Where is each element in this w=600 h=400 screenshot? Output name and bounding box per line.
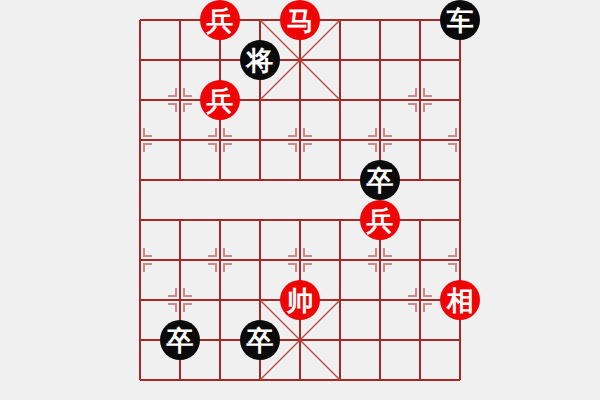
- point-3-4[interactable]: [240, 160, 280, 200]
- point-2-4[interactable]: [200, 160, 240, 200]
- point-0-0[interactable]: [120, 0, 160, 40]
- point-1-4[interactable]: [160, 160, 200, 200]
- point-1-5[interactable]: [160, 200, 200, 240]
- point-4-8[interactable]: [280, 320, 320, 360]
- point-8-3[interactable]: [440, 120, 480, 160]
- point-7-4[interactable]: [400, 160, 440, 200]
- point-0-2[interactable]: [120, 80, 160, 120]
- black-chariot-piece[interactable]: 车: [440, 0, 480, 40]
- point-1-9[interactable]: [160, 360, 200, 400]
- point-6-5[interactable]: 兵: [360, 200, 400, 240]
- point-5-9[interactable]: [320, 360, 360, 400]
- point-6-2[interactable]: [360, 80, 400, 120]
- point-5-3[interactable]: [320, 120, 360, 160]
- red-soldier-piece[interactable]: 兵: [200, 0, 240, 40]
- point-8-9[interactable]: [440, 360, 480, 400]
- point-7-9[interactable]: [400, 360, 440, 400]
- point-8-8[interactable]: [440, 320, 480, 360]
- point-6-3[interactable]: [360, 120, 400, 160]
- point-7-6[interactable]: [400, 240, 440, 280]
- point-2-1[interactable]: [200, 40, 240, 80]
- point-3-5[interactable]: [240, 200, 280, 240]
- point-0-9[interactable]: [120, 360, 160, 400]
- point-0-5[interactable]: [120, 200, 160, 240]
- point-7-5[interactable]: [400, 200, 440, 240]
- point-1-0[interactable]: [160, 0, 200, 40]
- point-0-1[interactable]: [120, 40, 160, 80]
- point-8-1[interactable]: [440, 40, 480, 80]
- black-soldier-piece[interactable]: 卒: [240, 320, 280, 360]
- point-4-6[interactable]: [280, 240, 320, 280]
- point-2-0[interactable]: 兵: [200, 0, 240, 40]
- point-1-1[interactable]: [160, 40, 200, 80]
- red-horse-piece[interactable]: 马: [280, 0, 320, 40]
- point-2-5[interactable]: [200, 200, 240, 240]
- point-8-4[interactable]: [440, 160, 480, 200]
- point-2-9[interactable]: [200, 360, 240, 400]
- point-5-4[interactable]: [320, 160, 360, 200]
- board-points-grid: 兵马车将兵卒兵帅相卒卒: [120, 0, 480, 400]
- point-4-4[interactable]: [280, 160, 320, 200]
- point-2-3[interactable]: [200, 120, 240, 160]
- point-0-8[interactable]: [120, 320, 160, 360]
- point-6-1[interactable]: [360, 40, 400, 80]
- point-1-7[interactable]: [160, 280, 200, 320]
- point-4-1[interactable]: [280, 40, 320, 80]
- point-1-3[interactable]: [160, 120, 200, 160]
- point-1-6[interactable]: [160, 240, 200, 280]
- point-3-9[interactable]: [240, 360, 280, 400]
- point-6-7[interactable]: [360, 280, 400, 320]
- point-0-7[interactable]: [120, 280, 160, 320]
- xiangqi-board: 兵马车将兵卒兵帅相卒卒: [0, 0, 600, 400]
- point-8-6[interactable]: [440, 240, 480, 280]
- point-6-6[interactable]: [360, 240, 400, 280]
- point-6-8[interactable]: [360, 320, 400, 360]
- point-7-7[interactable]: [400, 280, 440, 320]
- red-general-piece[interactable]: 帅: [280, 280, 320, 320]
- point-1-8[interactable]: 卒: [160, 320, 200, 360]
- point-0-3[interactable]: [120, 120, 160, 160]
- black-soldier-piece[interactable]: 卒: [160, 320, 200, 360]
- point-5-8[interactable]: [320, 320, 360, 360]
- red-soldier-piece[interactable]: 兵: [200, 80, 240, 120]
- point-4-2[interactable]: [280, 80, 320, 120]
- point-5-2[interactable]: [320, 80, 360, 120]
- point-0-6[interactable]: [120, 240, 160, 280]
- red-soldier-piece[interactable]: 兵: [360, 200, 400, 240]
- point-3-0[interactable]: [240, 0, 280, 40]
- point-6-9[interactable]: [360, 360, 400, 400]
- point-3-1[interactable]: 将: [240, 40, 280, 80]
- point-5-6[interactable]: [320, 240, 360, 280]
- point-1-2[interactable]: [160, 80, 200, 120]
- point-5-0[interactable]: [320, 0, 360, 40]
- point-2-8[interactable]: [200, 320, 240, 360]
- point-6-0[interactable]: [360, 0, 400, 40]
- black-general-piece[interactable]: 将: [240, 40, 280, 80]
- point-6-4[interactable]: 卒: [360, 160, 400, 200]
- point-3-6[interactable]: [240, 240, 280, 280]
- point-8-0[interactable]: 车: [440, 0, 480, 40]
- point-4-7[interactable]: 帅: [280, 280, 320, 320]
- point-3-2[interactable]: [240, 80, 280, 120]
- point-2-6[interactable]: [200, 240, 240, 280]
- point-7-1[interactable]: [400, 40, 440, 80]
- point-3-8[interactable]: 卒: [240, 320, 280, 360]
- point-7-0[interactable]: [400, 0, 440, 40]
- point-8-2[interactable]: [440, 80, 480, 120]
- point-4-9[interactable]: [280, 360, 320, 400]
- point-5-7[interactable]: [320, 280, 360, 320]
- red-elephant-piece[interactable]: 相: [440, 280, 480, 320]
- point-7-3[interactable]: [400, 120, 440, 160]
- point-4-3[interactable]: [280, 120, 320, 160]
- point-7-2[interactable]: [400, 80, 440, 120]
- point-2-2[interactable]: 兵: [200, 80, 240, 120]
- point-3-7[interactable]: [240, 280, 280, 320]
- point-4-5[interactable]: [280, 200, 320, 240]
- point-5-1[interactable]: [320, 40, 360, 80]
- point-8-7[interactable]: 相: [440, 280, 480, 320]
- point-5-5[interactable]: [320, 200, 360, 240]
- point-3-3[interactable]: [240, 120, 280, 160]
- point-2-7[interactable]: [200, 280, 240, 320]
- point-8-5[interactable]: [440, 200, 480, 240]
- point-4-0[interactable]: 马: [280, 0, 320, 40]
- point-7-8[interactable]: [400, 320, 440, 360]
- point-0-4[interactable]: [120, 160, 160, 200]
- black-soldier-piece[interactable]: 卒: [360, 160, 400, 200]
